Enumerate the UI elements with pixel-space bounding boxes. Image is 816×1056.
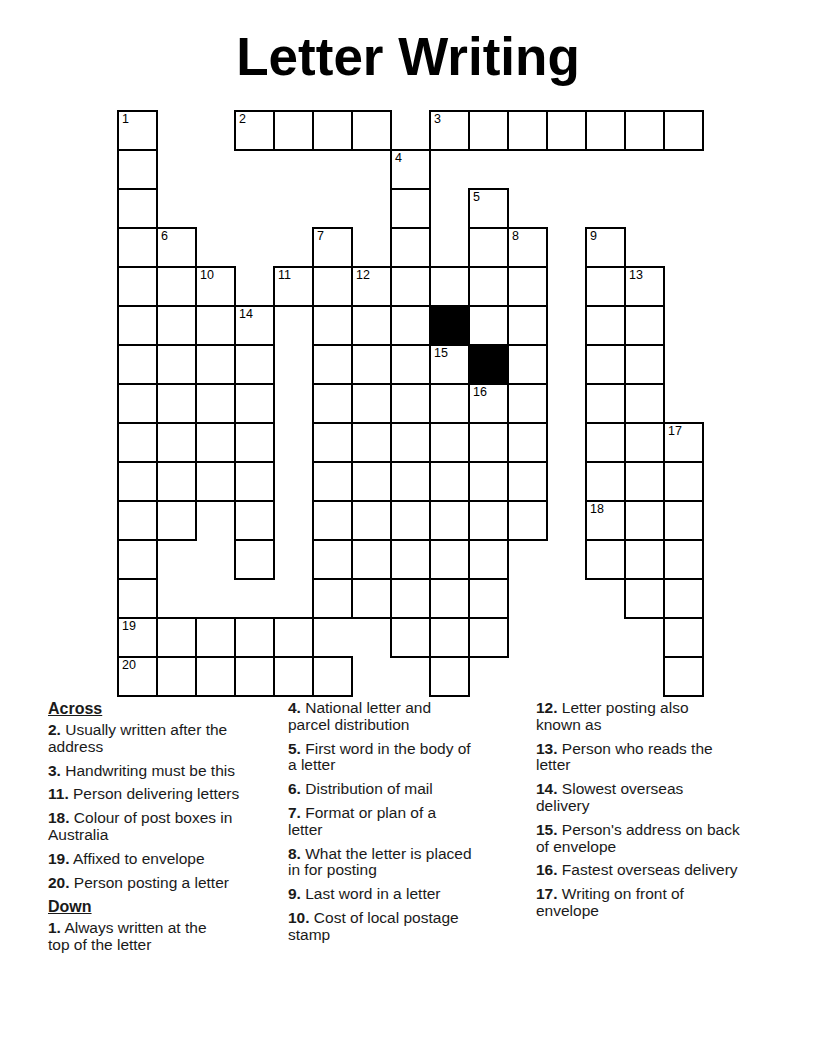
cell-r7c9[interactable]: 16 <box>468 383 509 424</box>
clue-down-8-number: 8. <box>288 845 301 862</box>
cell-r5c13[interactable] <box>624 305 665 346</box>
cell-r4c5[interactable] <box>312 266 353 307</box>
cell-r0c14[interactable] <box>663 110 704 151</box>
cell-r10c13[interactable] <box>624 500 665 541</box>
cell-r13c0[interactable]: 19 <box>117 617 158 658</box>
cell-r8c1[interactable] <box>156 422 197 463</box>
cell-r8c5[interactable] <box>312 422 353 463</box>
cell-r7c12[interactable] <box>585 383 626 424</box>
clue-down-15-number: 15. <box>536 821 558 838</box>
cell-r14c1[interactable] <box>156 656 197 697</box>
cell-r9c13[interactable] <box>624 461 665 502</box>
cell-r12c0[interactable] <box>117 578 158 619</box>
cell-r7c6[interactable] <box>351 383 392 424</box>
clue-column-1: Across2. Usually written after the addre… <box>48 700 280 961</box>
cell-r7c1[interactable] <box>156 383 197 424</box>
clue-number-11: 11 <box>278 269 291 282</box>
cell-r6c3[interactable] <box>234 344 275 385</box>
cell-r6c1[interactable] <box>156 344 197 385</box>
cell-r2c0[interactable] <box>117 188 158 229</box>
cell-r12c7[interactable] <box>390 578 431 619</box>
cell-r12c6[interactable] <box>351 578 392 619</box>
clue-number-6: 6 <box>161 230 168 243</box>
black-cell-r6c9 <box>468 344 509 385</box>
cell-r3c7[interactable] <box>390 227 431 268</box>
cell-r9c8[interactable] <box>429 461 470 502</box>
cell-r4c13[interactable]: 13 <box>624 266 665 307</box>
cell-r10c0[interactable] <box>117 500 158 541</box>
clue-across-3: 3. Handwriting must be this <box>48 763 280 780</box>
clue-number-4: 4 <box>395 152 402 165</box>
cell-r3c0[interactable] <box>117 227 158 268</box>
cell-r7c8[interactable] <box>429 383 470 424</box>
cell-r8c3[interactable] <box>234 422 275 463</box>
clue-down-8: 8. What the letter is placed in for post… <box>288 846 520 880</box>
cell-r4c6[interactable]: 12 <box>351 266 392 307</box>
cell-r0c9[interactable] <box>468 110 509 151</box>
cell-r14c2[interactable] <box>195 656 236 697</box>
clue-across-18-number: 18. <box>48 809 70 826</box>
cell-r13c1[interactable] <box>156 617 197 658</box>
clue-number-13: 13 <box>629 269 643 282</box>
cell-r10c9[interactable] <box>468 500 509 541</box>
cell-r8c13[interactable] <box>624 422 665 463</box>
clue-across-20: 20. Person posting a letter <box>48 875 280 892</box>
cell-r13c8[interactable] <box>429 617 470 658</box>
clue-across-3-number: 3. <box>48 762 61 779</box>
cell-r0c10[interactable] <box>507 110 548 151</box>
cell-r11c6[interactable] <box>351 539 392 580</box>
cell-r5c7[interactable] <box>390 305 431 346</box>
cell-r3c9[interactable] <box>468 227 509 268</box>
cell-r9c6[interactable] <box>351 461 392 502</box>
cell-r12c5[interactable] <box>312 578 353 619</box>
cell-r12c8[interactable] <box>429 578 470 619</box>
cell-r11c3[interactable] <box>234 539 275 580</box>
cell-r8c7[interactable] <box>390 422 431 463</box>
cell-r10c10[interactable] <box>507 500 548 541</box>
clue-down-6: 6. Distribution of mail <box>288 781 520 798</box>
clue-down-7-number: 7. <box>288 804 301 821</box>
cell-r5c1[interactable] <box>156 305 197 346</box>
clue-down-12: 12. Letter posting also known as <box>536 700 768 734</box>
cell-r6c5[interactable] <box>312 344 353 385</box>
cell-r5c10[interactable] <box>507 305 548 346</box>
cell-r12c13[interactable] <box>624 578 665 619</box>
cell-r14c8[interactable] <box>429 656 470 697</box>
cell-r11c8[interactable] <box>429 539 470 580</box>
clue-column-3: 12. Letter posting also known as13. Pers… <box>536 700 768 927</box>
clue-number-9: 9 <box>590 230 597 243</box>
cell-r0c4[interactable] <box>273 110 314 151</box>
cell-r5c0[interactable] <box>117 305 158 346</box>
cell-r13c3[interactable] <box>234 617 275 658</box>
clues-section: Across2. Usually written after the addre… <box>48 700 770 961</box>
cell-r14c3[interactable] <box>234 656 275 697</box>
cell-r9c2[interactable] <box>195 461 236 502</box>
down-header: Down <box>48 898 280 916</box>
cell-r0c13[interactable] <box>624 110 665 151</box>
cell-r10c14[interactable] <box>663 500 704 541</box>
cell-r11c9[interactable] <box>468 539 509 580</box>
cell-r9c3[interactable] <box>234 461 275 502</box>
cell-r4c1[interactable] <box>156 266 197 307</box>
clue-down-16: 16. Fastest overseas delivery <box>536 862 768 879</box>
clue-across-18: 18. Colour of post boxes in Australia <box>48 810 280 844</box>
cell-r8c2[interactable] <box>195 422 236 463</box>
clue-across-2: 2. Usually written after the address <box>48 722 280 756</box>
clue-number-15: 15 <box>434 347 448 360</box>
cell-r7c3[interactable] <box>234 383 275 424</box>
cell-r5c9[interactable] <box>468 305 509 346</box>
cell-r9c5[interactable] <box>312 461 353 502</box>
cell-r14c4[interactable] <box>273 656 314 697</box>
cell-r9c9[interactable] <box>468 461 509 502</box>
cell-r3c12[interactable]: 9 <box>585 227 626 268</box>
clue-across-19-number: 19. <box>48 850 70 867</box>
clue-number-1: 1 <box>122 113 129 126</box>
cell-r5c5[interactable] <box>312 305 353 346</box>
cell-r2c7[interactable] <box>390 188 431 229</box>
clue-down-12-number: 12. <box>536 699 558 716</box>
cell-r14c0[interactable]: 20 <box>117 656 158 697</box>
clue-across-11: 11. Person delivering letters <box>48 786 280 803</box>
cell-r8c14[interactable]: 17 <box>663 422 704 463</box>
cell-r7c0[interactable] <box>117 383 158 424</box>
cell-r11c0[interactable] <box>117 539 158 580</box>
cell-r10c3[interactable] <box>234 500 275 541</box>
cell-r6c13[interactable] <box>624 344 665 385</box>
cell-r0c11[interactable] <box>546 110 587 151</box>
clue-number-14: 14 <box>239 308 253 321</box>
black-cell-r5c8 <box>429 305 470 346</box>
clue-across-11-number: 11. <box>48 785 69 802</box>
cell-r0c8[interactable]: 3 <box>429 110 470 151</box>
cell-r6c7[interactable] <box>390 344 431 385</box>
cell-r6c0[interactable] <box>117 344 158 385</box>
cell-r4c0[interactable] <box>117 266 158 307</box>
cell-r14c14[interactable] <box>663 656 704 697</box>
clue-down-14-number: 14. <box>536 780 558 797</box>
cell-r8c8[interactable] <box>429 422 470 463</box>
cell-r8c6[interactable] <box>351 422 392 463</box>
clue-down-10-number: 10. <box>288 909 310 926</box>
cell-r3c1[interactable]: 6 <box>156 227 197 268</box>
clue-down-9-number: 9. <box>288 885 301 902</box>
clue-down-15: 15. Person's address on back of envelope <box>536 822 768 856</box>
cell-r9c14[interactable] <box>663 461 704 502</box>
cell-r10c1[interactable] <box>156 500 197 541</box>
clue-down-17-number: 17. <box>536 885 558 902</box>
clue-down-9: 9. Last word in a letter <box>288 886 520 903</box>
cell-r0c6[interactable] <box>351 110 392 151</box>
cell-r6c6[interactable] <box>351 344 392 385</box>
cell-r8c12[interactable] <box>585 422 626 463</box>
clue-down-14: 14. Slowest overseas delivery <box>536 781 768 815</box>
cell-r3c10[interactable]: 8 <box>507 227 548 268</box>
clue-number-5: 5 <box>473 191 480 204</box>
cell-r9c7[interactable] <box>390 461 431 502</box>
clue-down-1: 1. Always written at the top of the lett… <box>48 920 280 954</box>
cell-r11c5[interactable] <box>312 539 353 580</box>
cell-r11c7[interactable] <box>390 539 431 580</box>
cell-r8c0[interactable] <box>117 422 158 463</box>
cell-r13c9[interactable] <box>468 617 509 658</box>
clue-number-20: 20 <box>122 659 136 672</box>
clue-down-6-number: 6. <box>288 780 301 797</box>
cell-r4c8[interactable] <box>429 266 470 307</box>
cell-r5c2[interactable] <box>195 305 236 346</box>
cell-r5c3[interactable]: 14 <box>234 305 275 346</box>
cell-r12c14[interactable] <box>663 578 704 619</box>
cell-r0c5[interactable] <box>312 110 353 151</box>
cell-r11c13[interactable] <box>624 539 665 580</box>
cell-r10c6[interactable] <box>351 500 392 541</box>
cell-r8c10[interactable] <box>507 422 548 463</box>
cell-r13c7[interactable] <box>390 617 431 658</box>
clue-number-19: 19 <box>122 620 136 633</box>
cell-r7c2[interactable] <box>195 383 236 424</box>
cell-r4c4[interactable]: 11 <box>273 266 314 307</box>
cell-r2c9[interactable]: 5 <box>468 188 509 229</box>
clue-down-4: 4. National letter and parcel distributi… <box>288 700 520 734</box>
cell-r12c9[interactable] <box>468 578 509 619</box>
cell-r4c12[interactable] <box>585 266 626 307</box>
cell-r4c9[interactable] <box>468 266 509 307</box>
clue-number-18: 18 <box>590 503 604 516</box>
cell-r6c10[interactable] <box>507 344 548 385</box>
cell-r10c5[interactable] <box>312 500 353 541</box>
clue-number-7: 7 <box>317 230 324 243</box>
cell-r4c2[interactable]: 10 <box>195 266 236 307</box>
cell-r7c10[interactable] <box>507 383 548 424</box>
clue-down-13: 13. Person who reads the letter <box>536 741 768 775</box>
clue-number-2: 2 <box>239 113 246 126</box>
cell-r1c7[interactable]: 4 <box>390 149 431 190</box>
clue-down-4-number: 4. <box>288 699 301 716</box>
clue-column-2: 4. National letter and parcel distributi… <box>288 700 520 951</box>
clue-across-2-number: 2. <box>48 721 61 738</box>
cell-r10c7[interactable] <box>390 500 431 541</box>
cell-r11c12[interactable] <box>585 539 626 580</box>
cell-r7c7[interactable] <box>390 383 431 424</box>
cell-r13c14[interactable] <box>663 617 704 658</box>
cell-r10c12[interactable]: 18 <box>585 500 626 541</box>
cell-r6c12[interactable] <box>585 344 626 385</box>
cell-r5c6[interactable] <box>351 305 392 346</box>
cell-r3c5[interactable]: 7 <box>312 227 353 268</box>
cell-r10c8[interactable] <box>429 500 470 541</box>
cell-r9c12[interactable] <box>585 461 626 502</box>
cell-r1c0[interactable] <box>117 149 158 190</box>
cell-r6c2[interactable] <box>195 344 236 385</box>
crossword-grid: 1234567891011121314151617181920 <box>117 110 706 699</box>
cell-r6c8[interactable]: 15 <box>429 344 470 385</box>
cell-r9c10[interactable] <box>507 461 548 502</box>
cell-r13c4[interactable] <box>273 617 314 658</box>
cell-r5c12[interactable] <box>585 305 626 346</box>
clue-number-17: 17 <box>668 425 682 438</box>
cell-r9c1[interactable] <box>156 461 197 502</box>
cell-r7c5[interactable] <box>312 383 353 424</box>
clue-number-10: 10 <box>200 269 214 282</box>
clue-number-8: 8 <box>512 230 519 243</box>
cell-r0c0[interactable]: 1 <box>117 110 158 151</box>
clue-down-16-number: 16. <box>536 861 558 878</box>
cell-r0c12[interactable] <box>585 110 626 151</box>
clue-across-19: 19. Affixed to envelope <box>48 851 280 868</box>
clue-down-10: 10. Cost of local postage stamp <box>288 910 520 944</box>
clue-down-5-number: 5. <box>288 740 301 757</box>
clue-number-12: 12 <box>356 269 370 282</box>
clue-down-17: 17. Writing on front of envelope <box>536 886 768 920</box>
across-header: Across <box>48 700 280 718</box>
clue-down-5: 5. First word in the body of a letter <box>288 741 520 775</box>
cell-r7c13[interactable] <box>624 383 665 424</box>
cell-r9c0[interactable] <box>117 461 158 502</box>
clue-number-3: 3 <box>434 113 441 126</box>
puzzle-title: Letter Writing <box>0 26 816 87</box>
cell-r13c2[interactable] <box>195 617 236 658</box>
clue-down-7: 7. Format or plan of a letter <box>288 805 520 839</box>
cell-r14c5[interactable] <box>312 656 353 697</box>
cell-r11c14[interactable] <box>663 539 704 580</box>
cell-r4c10[interactable] <box>507 266 548 307</box>
cell-r4c7[interactable] <box>390 266 431 307</box>
cell-r8c9[interactable] <box>468 422 509 463</box>
clue-down-13-number: 13. <box>536 740 558 757</box>
cell-r0c3[interactable]: 2 <box>234 110 275 151</box>
clue-number-16: 16 <box>473 386 487 399</box>
clue-down-1-number: 1. <box>48 919 61 936</box>
clue-across-20-number: 20. <box>48 874 70 891</box>
